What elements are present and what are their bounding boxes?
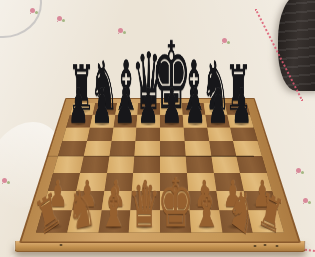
- tablecloth-flower: [222, 38, 227, 43]
- square-c1: ♝: [98, 211, 131, 233]
- square-e7: ♟: [160, 115, 183, 128]
- square-b1: ♞: [67, 211, 101, 233]
- white-bishop-f1: ♝: [192, 187, 221, 231]
- board-squares: ♜♞♝♛♚♝♞♜♟♟♟♟♟♟♟♟♟♟♟♟♟♟♟♟♜♞♝♛♚♝♞♜: [36, 103, 284, 233]
- frame-marking: [60, 244, 63, 246]
- square-d6: [136, 127, 160, 141]
- tablecloth-flower: [118, 28, 123, 33]
- black-pawn-b7: ♟: [91, 87, 112, 126]
- square-e1: ♚: [160, 211, 191, 233]
- tablecloth-flower: [57, 16, 62, 21]
- black-pawn-a7: ♟: [68, 87, 89, 126]
- square-c7: ♟: [113, 115, 137, 128]
- chess-board: ♜♞♝♛♚♝♞♜♟♟♟♟♟♟♟♟♟♟♟♟♟♟♟♟♜♞♝♛♚♝♞♜: [19, 98, 301, 243]
- square-d5: [134, 141, 160, 156]
- square-g6: [207, 127, 233, 141]
- frame-marking: [264, 244, 267, 246]
- black-pawn-g7: ♟: [208, 87, 229, 126]
- square-d7: ♟: [137, 115, 160, 128]
- square-g5: [209, 141, 237, 156]
- square-c5: [109, 141, 136, 156]
- square-g7: ♟: [205, 115, 230, 128]
- white-bishop-c1: ♝: [99, 187, 128, 231]
- square-a7: ♟: [66, 115, 92, 128]
- square-f6: [183, 127, 208, 141]
- square-f5: [184, 141, 211, 156]
- scene: ♜♞♝♛♚♝♞♜♟♟♟♟♟♟♟♟♟♟♟♟♟♟♟♟♜♞♝♛♚♝♞♜: [0, 0, 315, 257]
- square-b6: [87, 127, 113, 141]
- square-e6: [160, 127, 184, 141]
- square-g4: [211, 156, 240, 172]
- tablecloth-flower: [2, 178, 7, 183]
- glass-edge: [0, 0, 42, 38]
- black-pawn-d7: ♟: [138, 87, 159, 126]
- black-pawn-e7: ♟: [161, 87, 182, 126]
- square-h5: [233, 141, 262, 156]
- square-g1: ♞: [219, 211, 253, 233]
- black-pawn-h7: ♟: [231, 87, 252, 126]
- square-b4: [80, 156, 109, 172]
- square-d1: ♛: [129, 211, 160, 233]
- white-queen-d1: ♛: [128, 182, 160, 230]
- square-c6: [111, 127, 136, 141]
- square-b5: [83, 141, 111, 156]
- black-pawn-f7: ♟: [185, 87, 206, 126]
- black-pawn-c7: ♟: [115, 87, 136, 126]
- square-b7: ♟: [90, 115, 115, 128]
- square-h6: [230, 127, 257, 141]
- square-f7: ♟: [183, 115, 207, 128]
- tablecloth-flower: [296, 168, 301, 173]
- square-a5: [58, 141, 87, 156]
- square-f1: ♝: [189, 211, 222, 233]
- tablecloth-flower: [303, 198, 308, 203]
- square-a6: [62, 127, 89, 141]
- tablecloth-flower: [30, 8, 35, 13]
- background-object: [278, 0, 315, 91]
- square-a4: [53, 156, 83, 172]
- square-e5: [160, 141, 186, 156]
- white-knight-b1: ♞: [65, 186, 96, 234]
- square-h7: ♟: [228, 115, 254, 128]
- frame-marking: [254, 245, 257, 247]
- square-h4: [237, 156, 267, 172]
- frame-marking: [276, 245, 279, 247]
- square-a1: ♜: [36, 211, 72, 233]
- white-rook-h1: ♜: [256, 189, 286, 236]
- white-king-e1: ♚: [157, 176, 194, 230]
